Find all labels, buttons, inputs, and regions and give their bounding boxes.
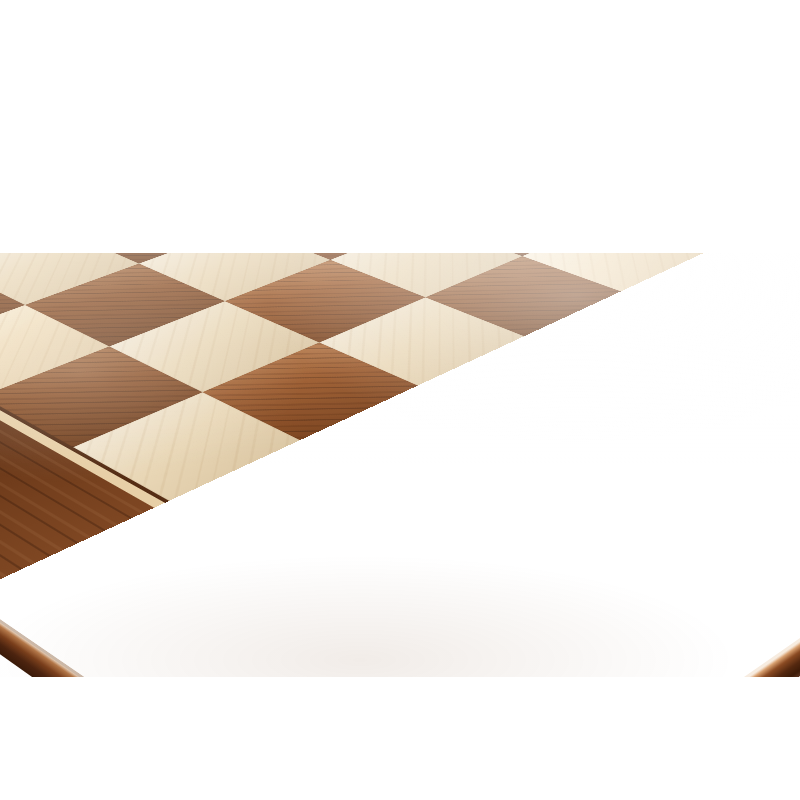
square-e3 [522, 253, 715, 294]
square-a6 [0, 267, 25, 350]
square-d5 [243, 253, 427, 260]
square-b5 [25, 264, 225, 347]
chessboard [0, 253, 800, 677]
board-frame-west [0, 253, 628, 677]
square-c6 [61, 253, 244, 264]
square-b3 [202, 342, 423, 443]
square-b2 [306, 388, 540, 500]
square-e2 [627, 253, 800, 335]
square-d4 [330, 253, 522, 297]
square-c3 [319, 297, 530, 388]
square-d2 [530, 294, 741, 385]
square-a1 [289, 500, 551, 640]
square-c1 [539, 384, 773, 495]
square-d3 [425, 256, 626, 338]
square-a5 [0, 305, 109, 396]
square-f2 [715, 253, 800, 290]
square-a4 [0, 346, 202, 447]
square-e1 [741, 290, 800, 380]
square-b4 [109, 301, 319, 392]
square-b1 [421, 439, 668, 564]
edge-highlight-rim [0, 253, 800, 677]
square-a2 [175, 443, 421, 568]
square-b6 [0, 253, 139, 305]
square-b7 [0, 253, 61, 267]
square-e4 [427, 253, 611, 256]
chessboard-3d [0, 253, 800, 677]
square-d1 [646, 335, 800, 435]
board-frame-south [204, 253, 800, 677]
maple-inlay-line [0, 253, 800, 658]
square-c5 [139, 253, 330, 301]
playing-field [0, 253, 800, 640]
product-photo [0, 0, 800, 800]
square-c2 [424, 339, 646, 439]
square-a3 [73, 392, 306, 504]
inlay-seam [0, 253, 800, 645]
photo-crop-band [0, 253, 800, 677]
square-c4 [225, 260, 426, 343]
